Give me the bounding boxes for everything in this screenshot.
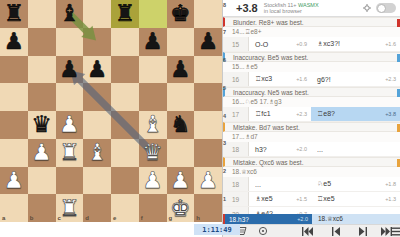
first-move-icon[interactable]	[302, 227, 313, 236]
move-number: 20	[223, 207, 249, 214]
move-black[interactable]: g6?!+2.3	[311, 72, 400, 86]
white-bishop-d3[interactable]: ♝	[83, 139, 111, 167]
eval-value: +3.8	[236, 2, 258, 14]
eval-badge: +1.8	[385, 181, 400, 187]
black-bishop-c8[interactable]: ♝	[56, 0, 84, 28]
move-white[interactable]: ♗xe5+1.5	[249, 192, 311, 206]
san: ♖e8?	[317, 110, 335, 118]
square-d4[interactable]	[83, 111, 111, 139]
file-label-c: c	[58, 215, 61, 221]
rank-label-3: 3	[223, 140, 226, 146]
square-f4[interactable]: ♝	[139, 111, 167, 139]
move-white[interactable]: ♖xc3+1.6	[249, 72, 311, 86]
san: ♖fc1	[255, 110, 271, 118]
white-pawn-f2[interactable]: ♟	[139, 167, 167, 195]
square-f3[interactable]: ♛	[139, 139, 167, 167]
file-label-h: h	[196, 215, 200, 221]
file-label-a: a	[2, 215, 5, 221]
move-black[interactable]: ...	[311, 142, 400, 156]
square-b7[interactable]	[28, 28, 56, 56]
menu-icon[interactable]	[392, 227, 400, 236]
previous-move-icon[interactable]	[332, 227, 340, 236]
white-pawn-b3[interactable]: ♟	[28, 139, 56, 167]
san: ♖xe5	[317, 195, 335, 203]
white-pawn-h2[interactable]: ♟	[194, 167, 222, 195]
square-h3[interactable]	[194, 139, 222, 167]
best-move-san: 18.♕xc6	[318, 215, 343, 223]
white-pawn-a2[interactable]: ♟	[0, 167, 28, 195]
move-black-current[interactable]: ♖e8?+3.8	[311, 107, 400, 121]
square-d2[interactable]	[83, 167, 111, 195]
square-a6[interactable]	[0, 56, 28, 84]
san: ♘e5	[317, 180, 331, 188]
square-e3[interactable]	[111, 139, 139, 167]
square-e7[interactable]	[111, 28, 139, 56]
white-pawn-g2[interactable]: ♟	[167, 167, 195, 195]
toggle-knob	[377, 4, 386, 13]
under-board-strip	[0, 222, 222, 237]
square-d5[interactable]	[83, 83, 111, 111]
black-king-g8[interactable]: ♚	[167, 0, 195, 28]
square-a5[interactable]	[0, 83, 28, 111]
gear-icon[interactable]	[363, 4, 371, 12]
square-a8[interactable]: ♜	[0, 0, 28, 28]
square-b6[interactable]	[28, 56, 56, 84]
san: h3?	[255, 146, 267, 153]
move-black[interactable]: ♘e5+1.8	[311, 177, 400, 191]
san: ♗xc3?!	[317, 40, 340, 48]
square-d7[interactable]	[83, 28, 111, 56]
move-white[interactable]: O-O+0.9	[249, 37, 311, 51]
rank-label-7: 7	[223, 29, 226, 35]
black-pawn-a7[interactable]: ♟	[0, 28, 28, 56]
current-move-san: 18.h3?	[229, 216, 249, 223]
white-clock: 1:11:49	[194, 224, 240, 235]
eval-badge: +3.8	[385, 111, 400, 117]
square-g5[interactable]	[167, 83, 195, 111]
move-black[interactable]: ♖xe5+1.3	[311, 192, 400, 206]
square-a3[interactable]	[0, 139, 28, 167]
square-g4[interactable]: ♞	[167, 111, 195, 139]
square-b4[interactable]: ♛	[28, 111, 56, 139]
square-f7[interactable]: ♟	[139, 28, 167, 56]
san: ♗e4?	[255, 210, 273, 214]
move-white[interactable]: h3?+2.0	[249, 142, 311, 156]
engine-location: in local browser	[264, 8, 302, 14]
black-rook-e8[interactable]: ♜	[111, 0, 139, 28]
square-e2[interactable]	[111, 167, 139, 195]
move-white[interactable]: ...	[249, 177, 311, 191]
move-row: 18h3?+2.0...	[223, 142, 400, 157]
rank-label-6: 6	[223, 57, 226, 63]
square-c3[interactable]: ♜	[56, 139, 84, 167]
square-f6[interactable]	[139, 56, 167, 84]
engine-name: Stockfish 11+ WASMX in local browser	[264, 2, 319, 14]
square-c5[interactable]	[56, 83, 84, 111]
rank-label-1: 1	[223, 196, 226, 202]
square-c7[interactable]	[56, 28, 84, 56]
black-pawn-d6[interactable]: ♟	[83, 56, 111, 84]
black-pawn-g6[interactable]: ♟	[167, 56, 195, 84]
square-e4[interactable]	[111, 111, 139, 139]
rank-label-8: 8	[223, 2, 226, 8]
square-d8[interactable]	[83, 0, 111, 28]
square-a4[interactable]	[0, 111, 28, 139]
square-b8[interactable]	[28, 0, 56, 28]
engine-toggle[interactable]	[376, 3, 396, 13]
san: ♖xc3	[255, 75, 272, 83]
best-move-cell[interactable]: 18.♕xc6	[312, 214, 400, 224]
target-icon[interactable]	[258, 226, 268, 236]
black-pawn-c6[interactable]: ♟	[56, 56, 84, 84]
current-move-eval: +2.0	[297, 216, 308, 222]
current-move-cell[interactable]: 18.h3? +2.0	[223, 214, 312, 224]
black-rook-a8[interactable]: ♜	[0, 0, 28, 28]
san: O-O	[255, 41, 268, 48]
eval-badge: +0.7	[296, 211, 311, 214]
san: ...	[317, 146, 323, 153]
move-white[interactable]: ♗e4?+0.7	[249, 207, 311, 214]
square-c8[interactable]: ♝	[56, 0, 84, 28]
square-g2[interactable]: ♟	[167, 167, 195, 195]
analysis-app: ♜♝♜♚♟♟♟♟♟♟♛♟♝♞♟♜♝♛♟♟♟♟♜♚ abcdefgh 1:11:4…	[0, 0, 400, 237]
square-d6[interactable]: ♟	[83, 56, 111, 84]
san: g6?!	[317, 76, 331, 83]
square-h7[interactable]: ♟	[194, 28, 222, 56]
playback-controls	[223, 224, 400, 237]
last-move-icon[interactable]	[381, 227, 392, 236]
square-h8[interactable]	[194, 0, 222, 28]
move-row: 19♗xe5+1.5♖xe5+1.3	[223, 192, 400, 207]
square-d3[interactable]: ♝	[83, 139, 111, 167]
rank-label-2: 2	[223, 168, 226, 174]
square-c4[interactable]: ♟	[56, 111, 84, 139]
eval-badge: +1.6	[385, 41, 400, 47]
move-number: 15	[223, 37, 249, 51]
square-f5[interactable]	[139, 83, 167, 111]
rank-label-4: 4	[223, 113, 226, 119]
square-c2[interactable]	[56, 167, 84, 195]
variation-line[interactable]: 16...♘e5 17.♗g3	[223, 97, 400, 107]
square-f2[interactable]: ♟	[139, 167, 167, 195]
file-label-f: f	[141, 215, 143, 221]
white-rook-c3[interactable]: ♜	[56, 139, 84, 167]
file-label-g: g	[169, 215, 173, 221]
square-g6[interactable]: ♟	[167, 56, 195, 84]
black-pawn-h7[interactable]: ♟	[194, 28, 222, 56]
move-compare-bar: 18.h3? +2.0 18.♕xc6	[223, 214, 400, 224]
move-row: 17♖fc1+2.3♖e8?+3.8	[223, 107, 400, 122]
eval-badge: +0.9	[296, 41, 311, 47]
square-b2[interactable]	[28, 167, 56, 195]
engine-eval-bar: +3.8 Stockfish 11+ WASMX in local browse…	[223, 0, 400, 17]
move-number: 18	[223, 142, 249, 156]
move-black[interactable]	[311, 207, 400, 214]
white-pawn-c4[interactable]: ♟	[56, 111, 84, 139]
next-move-icon[interactable]	[359, 227, 367, 236]
square-e5[interactable]	[111, 83, 139, 111]
eval-badge: +1.5	[296, 196, 311, 202]
eval-badge: +2.3	[385, 76, 400, 82]
comment-mistake: Mistake. Qxc6 was best.	[223, 157, 400, 167]
square-e8[interactable]: ♜	[111, 0, 139, 28]
move-black[interactable]: ♗xc3?!+1.6	[311, 37, 400, 51]
black-queen-b4[interactable]: ♛	[28, 111, 56, 139]
file-label-b: b	[30, 215, 34, 221]
move-number: 18	[223, 177, 249, 191]
chess-board: ♜♝♜♚♟♟♟♟♟♟♛♟♝♞♟♜♝♛♟♟♟♟♜♚ abcdefgh	[0, 0, 222, 222]
san: ♗xe5	[255, 195, 273, 203]
board-grid: ♜♝♜♚♟♟♟♟♟♟♛♟♝♞♟♜♝♛♟♟♟♟♜♚	[0, 0, 222, 222]
file-label-e: e	[113, 215, 116, 221]
square-f8[interactable]	[139, 0, 167, 28]
eval-badge: +2.3	[296, 111, 311, 117]
analysis-panel: +3.8 Stockfish 11+ WASMX in local browse…	[222, 0, 400, 237]
eval-badge: +1.3	[385, 196, 400, 202]
move-row: 18...♘e5+1.8	[223, 177, 400, 192]
square-e6[interactable]	[111, 56, 139, 84]
black-knight-g4[interactable]: ♞	[167, 111, 195, 139]
eval-badge: +2.0	[296, 146, 311, 152]
square-g8[interactable]: ♚	[167, 0, 195, 28]
white-bishop-f4[interactable]: ♝	[139, 111, 167, 139]
square-a2[interactable]: ♟	[0, 167, 28, 195]
square-h4[interactable]	[194, 111, 222, 139]
square-a7[interactable]: ♟	[0, 28, 28, 56]
file-label-d: d	[85, 215, 89, 221]
move-number: 19	[223, 192, 249, 206]
square-g3[interactable]	[167, 139, 195, 167]
comment-mistake: Mistake. Bd7 was best.	[223, 122, 400, 132]
comment-inaccuracy: Inaccuracy. Ne5 was best.	[223, 87, 400, 97]
square-b5[interactable]	[28, 83, 56, 111]
san: ...	[255, 181, 261, 188]
variation-line[interactable]: 17...♗d7	[223, 132, 400, 142]
square-b3[interactable]: ♟	[28, 139, 56, 167]
rank-label-5: 5	[223, 85, 226, 91]
move-row: 16♖xc3+1.6g6?!+2.3	[223, 72, 400, 87]
black-pawn-f7[interactable]: ♟	[139, 28, 167, 56]
eval-badge: +1.6	[296, 76, 311, 82]
variation-line[interactable]: 14...♖e8+	[223, 27, 400, 37]
square-c6[interactable]: ♟	[56, 56, 84, 84]
variation-line[interactable]: 15...♗e5	[223, 62, 400, 72]
square-h5[interactable]	[194, 83, 222, 111]
comment-blunder: Blunder. Re8+ was best.	[223, 17, 400, 27]
move-number: 16	[223, 72, 249, 86]
square-h2[interactable]: ♟	[194, 167, 222, 195]
variation-line[interactable]: 18.♕xc6	[223, 167, 400, 177]
comment-inaccuracy: Inaccuracy. Be5 was best.	[223, 52, 400, 62]
square-g7[interactable]	[167, 28, 195, 56]
move-row: 20♗e4?+0.7	[223, 207, 400, 214]
move-white[interactable]: ♖fc1+2.3	[249, 107, 311, 121]
move-row: 15O-O+0.9♗xc3?!+1.6	[223, 37, 400, 52]
move-list: Blunder. Re8+ was best.14...♖e8+15O-O+0.…	[223, 17, 400, 214]
move-number: 17	[223, 107, 249, 121]
square-h6[interactable]	[194, 56, 222, 84]
white-queen-f3[interactable]: ♛	[139, 139, 167, 167]
